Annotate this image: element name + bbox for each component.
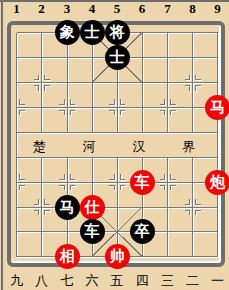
- file-label-bottom-8: 二: [182, 274, 204, 288]
- file-label-bottom-7: 三: [157, 274, 179, 288]
- piece-black-chariot[interactable]: 车: [80, 219, 105, 244]
- river-char-3: 汉: [129, 139, 149, 154]
- piece-black-general[interactable]: 将: [105, 20, 130, 45]
- piece-red-advisor[interactable]: 仕: [80, 195, 105, 220]
- piece-black-horse[interactable]: 马: [55, 195, 80, 220]
- piece-red-cannon[interactable]: 炮: [205, 170, 229, 195]
- file-label-bottom-1: 九: [6, 274, 28, 288]
- piece-red-chariot[interactable]: 车: [130, 170, 155, 195]
- xiangqi-board: 123456789 楚河汉界 象士将士马车炮马仕车卒相帅 九八七六五四三二一: [0, 0, 229, 290]
- file-label-bottom-3: 七: [56, 274, 78, 288]
- file-label-bottom-4: 六: [81, 274, 103, 288]
- river-char-4: 界: [179, 139, 199, 154]
- piece-red-elephant[interactable]: 相: [55, 244, 80, 269]
- file-label-bottom-2: 八: [31, 274, 53, 288]
- file-label-bottom-5: 五: [106, 274, 128, 288]
- river-char-2: 河: [79, 139, 99, 154]
- piece-black-elephant[interactable]: 象: [55, 20, 80, 45]
- piece-red-general[interactable]: 帅: [105, 244, 130, 269]
- file-label-bottom-9: 一: [207, 274, 229, 288]
- piece-red-horse[interactable]: 马: [205, 95, 229, 120]
- piece-black-soldier[interactable]: 卒: [130, 219, 155, 244]
- piece-black-advisor[interactable]: 士: [80, 20, 105, 45]
- river-char-1: 楚: [29, 139, 49, 154]
- piece-black-advisor[interactable]: 士: [105, 45, 130, 70]
- file-label-bottom-6: 四: [131, 274, 153, 288]
